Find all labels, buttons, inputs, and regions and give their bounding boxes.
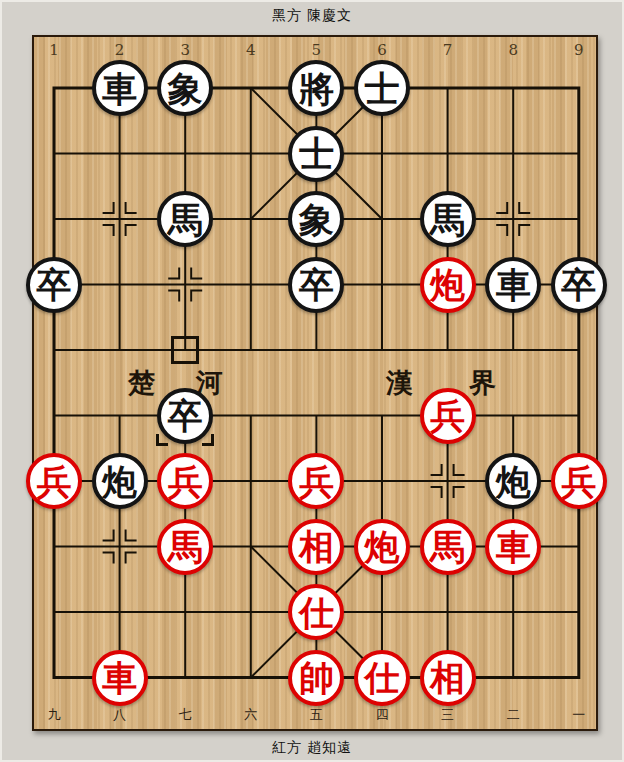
piece-black-rook[interactable]: 車 bbox=[92, 60, 148, 116]
piece-red-horse[interactable]: 馬 bbox=[420, 519, 476, 575]
xiangqi-board[interactable]: 楚 河 漢 界 123456789九八七六五四三二一車象將士士馬象馬卒卒炮車卒卒… bbox=[32, 35, 598, 731]
piece-black-advisor[interactable]: 士 bbox=[288, 126, 344, 182]
river-char: 楚 bbox=[128, 365, 155, 401]
piece-red-advisor[interactable]: 仕 bbox=[354, 650, 410, 706]
file-label-top-1: 1 bbox=[42, 42, 66, 58]
file-label-bottom-3: 七 bbox=[173, 707, 197, 722]
piece-red-cannon[interactable]: 炮 bbox=[420, 257, 476, 313]
file-label-bottom-8: 二 bbox=[501, 707, 525, 722]
piece-black-horse[interactable]: 馬 bbox=[157, 191, 213, 247]
piece-red-cannon[interactable]: 炮 bbox=[354, 519, 410, 575]
file-label-top-8: 8 bbox=[501, 42, 525, 58]
file-label-bottom-6: 四 bbox=[370, 707, 394, 722]
piece-black-rook[interactable]: 車 bbox=[485, 257, 541, 313]
piece-black-soldier[interactable]: 卒 bbox=[288, 257, 344, 313]
xiangqi-app-window: { "game": "xiangqi", "header": { "top_la… bbox=[0, 0, 624, 762]
piece-red-elephant[interactable]: 相 bbox=[288, 519, 344, 575]
file-label-top-4: 4 bbox=[239, 42, 263, 58]
file-label-bottom-2: 八 bbox=[108, 707, 132, 722]
piece-black-elephant[interactable]: 象 bbox=[288, 191, 344, 247]
file-label-top-3: 3 bbox=[173, 42, 197, 58]
piece-black-horse[interactable]: 馬 bbox=[420, 191, 476, 247]
file-label-bottom-5: 五 bbox=[304, 707, 328, 722]
piece-red-horse[interactable]: 馬 bbox=[157, 519, 213, 575]
black-player-label: 黑方 陳慶文 bbox=[2, 7, 622, 25]
file-label-top-2: 2 bbox=[108, 42, 132, 58]
file-label-bottom-1: 九 bbox=[42, 707, 66, 722]
file-label-bottom-7: 三 bbox=[436, 707, 460, 722]
file-label-top-6: 6 bbox=[370, 42, 394, 58]
river-char: 界 bbox=[469, 365, 496, 401]
river-char: 漢 bbox=[386, 365, 413, 401]
piece-black-soldier[interactable]: 卒 bbox=[551, 257, 607, 313]
file-label-top-9: 9 bbox=[567, 42, 591, 58]
piece-black-elephant[interactable]: 象 bbox=[157, 60, 213, 116]
piece-red-elephant[interactable]: 相 bbox=[420, 650, 476, 706]
piece-red-rook[interactable]: 車 bbox=[485, 519, 541, 575]
piece-red-general[interactable]: 帥 bbox=[288, 650, 344, 706]
file-label-bottom-9: 一 bbox=[567, 707, 591, 722]
piece-red-soldier[interactable]: 兵 bbox=[288, 453, 344, 509]
piece-black-cannon[interactable]: 炮 bbox=[485, 453, 541, 509]
last-move-from-marker bbox=[171, 336, 199, 364]
piece-black-cannon[interactable]: 炮 bbox=[92, 453, 148, 509]
piece-red-soldier[interactable]: 兵 bbox=[420, 388, 476, 444]
piece-red-rook[interactable]: 車 bbox=[92, 650, 148, 706]
piece-red-soldier[interactable]: 兵 bbox=[26, 453, 82, 509]
piece-red-soldier[interactable]: 兵 bbox=[551, 453, 607, 509]
piece-black-soldier[interactable]: 卒 bbox=[26, 257, 82, 313]
piece-red-advisor[interactable]: 仕 bbox=[288, 584, 344, 640]
file-label-top-7: 7 bbox=[436, 42, 460, 58]
file-label-top-5: 5 bbox=[304, 42, 328, 58]
red-player-label: 紅方 趙知遠 bbox=[2, 739, 622, 757]
piece-red-soldier[interactable]: 兵 bbox=[157, 453, 213, 509]
piece-black-advisor[interactable]: 士 bbox=[354, 60, 410, 116]
file-label-bottom-4: 六 bbox=[239, 707, 263, 722]
piece-black-soldier[interactable]: 卒 bbox=[157, 388, 213, 444]
piece-black-general[interactable]: 將 bbox=[288, 60, 344, 116]
